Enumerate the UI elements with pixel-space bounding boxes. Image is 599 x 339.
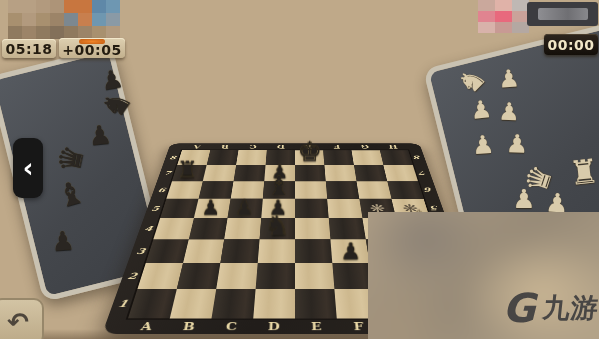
square-d1[interactable] [253, 289, 295, 318]
mosaic-block [495, 11, 512, 22]
undo-arrow-icon: ↶ [7, 307, 29, 337]
mosaic-block [106, 13, 120, 26]
square-b1[interactable] [170, 289, 216, 318]
mosaic-block [22, 26, 36, 39]
mosaic-block [8, 0, 22, 13]
square-d2[interactable] [256, 263, 295, 289]
square-c8[interactable] [236, 150, 267, 165]
black-knight[interactable]: ♞ [260, 212, 295, 239]
square-a3[interactable] [146, 239, 189, 263]
mosaic-block [8, 26, 22, 39]
coordinate-label: B [166, 318, 212, 334]
coordinate-label: D [267, 143, 295, 150]
black-pawn[interactable]: ♟ [194, 198, 228, 218]
mosaic-block [50, 13, 64, 26]
mosaic-block [50, 0, 64, 13]
chevron-left-icon: ‹ [23, 153, 34, 183]
increment-badge: +00:05 [59, 38, 125, 58]
square-e8[interactable]: ♚ [295, 150, 324, 165]
black-time: 00:00 [547, 37, 594, 53]
censored-opponent-name [527, 2, 598, 26]
mosaic-block [36, 26, 50, 39]
increment-value: +00:05 [62, 43, 121, 57]
coordinate-label: C [209, 318, 253, 334]
square-a7[interactable]: ♜ [172, 165, 207, 181]
captured-black-pawn[interactable]: ♟ [50, 227, 75, 255]
back-button[interactable]: ‹ [13, 138, 43, 198]
captured-white-pawn[interactable]: ♟ [469, 97, 493, 123]
square-e5[interactable] [295, 199, 329, 218]
square-b8[interactable] [207, 150, 239, 165]
mosaic-block [478, 22, 495, 33]
square-b4[interactable] [189, 218, 228, 239]
file-labels-top: ABCDEFGH [182, 143, 408, 150]
square-c3[interactable] [220, 239, 259, 263]
square-d3[interactable] [258, 239, 295, 263]
square-f8[interactable] [323, 150, 354, 165]
coordinate-label: E [295, 143, 323, 150]
ninegame-logo-icon: G [502, 292, 543, 324]
square-a5[interactable] [160, 199, 198, 218]
black-clock: 00:00 [544, 34, 598, 55]
mosaic-block [495, 22, 512, 33]
coordinate-label: F [323, 143, 352, 150]
mosaic-block [64, 13, 78, 26]
square-c5[interactable]: ♟ [228, 199, 263, 218]
square-e6[interactable] [295, 181, 327, 199]
captured-white-rook[interactable]: ♜ [568, 154, 599, 190]
square-e3[interactable] [295, 239, 332, 263]
square-c2[interactable] [216, 263, 257, 289]
bonus-flash-icon [79, 39, 105, 44]
square-g7[interactable] [354, 165, 387, 181]
black-pawn[interactable]: ♟ [332, 240, 369, 262]
coordinate-label: A [182, 143, 212, 150]
square-e1[interactable] [295, 289, 337, 318]
captured-white-pawn[interactable]: ♟ [505, 131, 528, 157]
mosaic-block [495, 0, 512, 11]
white-clock: 05:18 [2, 39, 56, 58]
square-a2[interactable] [137, 263, 183, 289]
square-e4[interactable] [295, 218, 330, 239]
mosaic-block [78, 13, 92, 26]
ninegame-watermark: G 九游 [506, 290, 599, 326]
undo-button[interactable]: ↶ [0, 298, 44, 339]
coordinate-label: A [123, 318, 170, 334]
mosaic-block [92, 0, 106, 13]
mosaic-block [92, 13, 106, 26]
coordinate-label: B [210, 143, 239, 150]
square-f4[interactable] [329, 218, 366, 239]
captured-white-pawn[interactable]: ♟ [498, 100, 520, 125]
square-a6[interactable] [166, 181, 202, 199]
square-a1[interactable] [128, 289, 177, 318]
mosaic-block [106, 0, 120, 13]
square-b2[interactable] [177, 263, 221, 289]
mosaic-block [64, 0, 78, 13]
captured-white-pawn[interactable]: ♟ [497, 66, 520, 91]
square-f6[interactable] [326, 181, 360, 199]
square-e7[interactable] [295, 165, 326, 181]
black-pawn[interactable]: ♟ [228, 198, 262, 218]
mosaic-block [478, 0, 495, 11]
square-c7[interactable] [234, 165, 266, 181]
coordinate-label: D [252, 318, 295, 334]
mosaic-block [22, 0, 36, 13]
coordinate-label: G [350, 143, 379, 150]
captured-white-pawn[interactable]: ♟ [512, 186, 535, 212]
mosaic-block [36, 0, 50, 13]
censored-opponent-flag [478, 0, 529, 33]
square-b3[interactable] [183, 239, 224, 263]
mosaic-block [478, 11, 495, 22]
black-rook[interactable]: ♜ [172, 158, 203, 180]
captured-white-pawn[interactable]: ♟ [471, 132, 495, 159]
square-f3[interactable]: ♟ [330, 239, 369, 263]
square-b7[interactable] [203, 165, 236, 181]
square-g8[interactable] [352, 150, 384, 165]
mosaic-block [78, 0, 92, 13]
square-e2[interactable] [295, 263, 334, 289]
square-f5[interactable] [327, 199, 362, 218]
ninegame-brand-text: 九游 [541, 290, 599, 326]
square-d4[interactable]: ♞ [260, 218, 295, 239]
game-scene: ♟♞♟♛♝♟♞♟♟♟♟♟♛♜♟♟ ABCDEFGH ABCDEFGH 87654… [0, 0, 599, 339]
coordinate-label: C [238, 143, 267, 150]
square-c1[interactable] [212, 289, 256, 318]
square-c4[interactable] [224, 218, 261, 239]
square-f7[interactable] [324, 165, 356, 181]
square-b5[interactable]: ♟ [194, 199, 231, 218]
white-time: 05:18 [5, 41, 52, 57]
coordinate-label: H [378, 143, 408, 150]
mosaic-block [36, 13, 50, 26]
square-g6[interactable] [356, 181, 391, 199]
square-a4[interactable] [153, 218, 194, 239]
mosaic-block [8, 13, 22, 26]
captured-black-pawn[interactable]: ♟ [87, 121, 113, 149]
coordinate-label: E [295, 318, 338, 334]
censored-player-avatar [8, 0, 120, 39]
mosaic-block [22, 13, 36, 26]
